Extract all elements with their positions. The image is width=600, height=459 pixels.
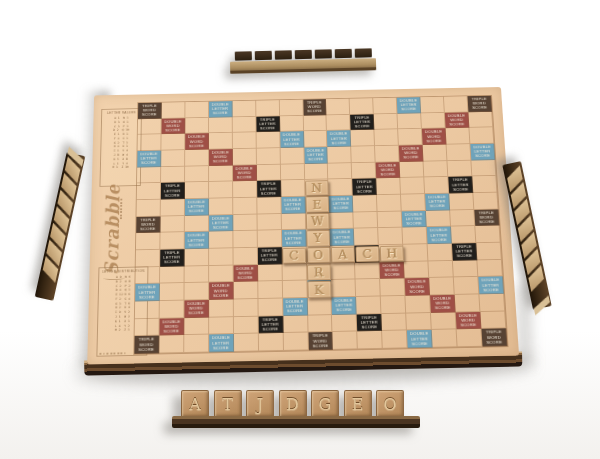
board-square[interactable] — [374, 114, 398, 130]
board-square[interactable] — [424, 161, 449, 178]
board-tile-c[interactable]: C — [282, 247, 306, 263]
premium-square-label: DOUBLE WORD SCORE — [164, 119, 181, 133]
board-square[interactable] — [473, 193, 498, 210]
board-square[interactable] — [185, 182, 209, 199]
premium-square-label: DOUBLE LETTER SCORE — [333, 230, 351, 245]
premium-square-tl[interactable]: TRIPLE LETTER SCORE — [256, 116, 280, 132]
board-square[interactable] — [281, 180, 305, 197]
board-square[interactable] — [356, 279, 381, 297]
board-square[interactable] — [446, 128, 471, 145]
board-square[interactable] — [282, 281, 307, 299]
premium-square-label: DOUBLE WORD SCORE — [448, 113, 466, 127]
board-square[interactable] — [234, 316, 259, 334]
board-square[interactable] — [471, 160, 496, 177]
premium-square-label: DOUBLE LETTER SCORE — [410, 331, 429, 346]
board-square[interactable] — [233, 198, 257, 215]
premium-square-label: DOUBLE LETTER SCORE — [187, 233, 205, 248]
board-square[interactable] — [135, 318, 160, 336]
board-square[interactable] — [428, 244, 453, 261]
premium-square-dl[interactable]: DOUBLE LETTER SCORE — [185, 199, 209, 216]
board-square[interactable] — [444, 96, 468, 112]
board-square[interactable] — [328, 147, 352, 164]
premium-square-dl[interactable]: DOUBLE LETTER SCORE — [327, 130, 351, 147]
board-square[interactable] — [453, 260, 478, 278]
board-square[interactable] — [162, 102, 186, 118]
board-square[interactable] — [480, 311, 506, 329]
premium-square-label: TRIPLE LETTER SCORE — [360, 315, 377, 330]
face-down-tile[interactable] — [275, 50, 292, 59]
board-square[interactable] — [280, 148, 304, 165]
premium-square-dw[interactable]: DOUBLE WORD SCORE — [376, 162, 401, 179]
premium-square-dl[interactable]: DOUBLE LETTER SCORE — [425, 194, 450, 211]
board-square[interactable] — [160, 216, 184, 233]
board-square[interactable] — [256, 100, 280, 116]
board-square[interactable] — [469, 128, 494, 145]
premium-square-label: TRIPLE LETTER SCORE — [259, 117, 275, 131]
premium-square-tl[interactable]: TRIPLE LETTER SCORE — [257, 181, 281, 198]
board-square[interactable] — [159, 335, 184, 353]
board-tile-r[interactable]: R — [307, 264, 331, 281]
premium-square-dw[interactable]: DOUBLE WORD SCORE — [185, 133, 209, 150]
board-square[interactable] — [447, 144, 472, 161]
premium-square-dw[interactable]: DOUBLE WORD SCORE — [209, 282, 234, 300]
board-tile-k[interactable]: K — [307, 281, 331, 298]
premium-square-dl[interactable]: DOUBLE LETTER SCORE — [135, 284, 160, 302]
face-down-tile[interactable] — [255, 51, 272, 60]
board-square[interactable] — [377, 195, 402, 212]
premium-square-label: TRIPLE LETTER SCORE — [262, 317, 279, 332]
board-square[interactable] — [448, 160, 473, 177]
board-square[interactable] — [429, 261, 454, 279]
board-square[interactable] — [454, 277, 480, 295]
board-square[interactable] — [307, 297, 332, 315]
premium-square-label: DOUBLE LETTER SCORE — [430, 228, 448, 243]
premium-square-dw[interactable]: DOUBLE WORD SCORE — [422, 129, 447, 146]
board-square[interactable] — [209, 231, 233, 248]
board-square[interactable] — [160, 283, 185, 301]
premium-square-dl[interactable]: DOUBLE LETTER SCORE — [209, 101, 233, 117]
premium-square-label: DOUBLE WORD SCORE — [459, 313, 478, 328]
board-square[interactable] — [256, 148, 280, 165]
board-square[interactable] — [354, 228, 379, 245]
premium-square-dl[interactable]: DOUBLE LETTER SCORE — [470, 144, 495, 161]
premium-square-dw[interactable]: DOUBLE WORD SCORE — [430, 295, 456, 313]
premium-square-dl[interactable]: DOUBLE LETTER SCORE — [407, 330, 433, 348]
board-square[interactable] — [161, 150, 185, 167]
premium-square-tw[interactable]: TRIPLE WORD SCORE — [134, 336, 159, 354]
premium-square-label: DOUBLE WORD SCORE — [212, 150, 229, 164]
board-square[interactable] — [333, 332, 358, 350]
board-square[interactable] — [351, 130, 375, 147]
premium-square-label: TRIPLE LETTER SCORE — [163, 250, 180, 265]
board-square[interactable] — [160, 232, 184, 249]
board-square[interactable] — [234, 334, 259, 352]
board-square[interactable] — [282, 264, 307, 282]
board-square[interactable] — [377, 178, 402, 195]
legend-title: LETTER VALUES — [104, 111, 139, 116]
premium-square-tl[interactable]: TRIPLE LETTER SCORE — [452, 243, 477, 260]
premium-square-dw[interactable]: DOUBLE WORD SCORE — [233, 165, 257, 182]
board-square[interactable] — [234, 299, 259, 317]
board-square[interactable] — [331, 280, 356, 298]
board-square[interactable] — [281, 213, 306, 230]
premium-square-label: TRIPLE WORD SCORE — [478, 210, 494, 225]
board-square[interactable] — [233, 248, 258, 265]
premium-square-label: DOUBLE LETTER SCORE — [138, 285, 156, 300]
board-square[interactable] — [398, 113, 422, 129]
board-square[interactable] — [354, 212, 379, 229]
board-square[interactable] — [256, 132, 280, 149]
board-square[interactable] — [233, 132, 257, 149]
board-square[interactable] — [432, 330, 458, 348]
board-square[interactable] — [232, 101, 256, 117]
premium-square-dw[interactable]: DOUBLE WORD SCORE — [445, 112, 470, 128]
premium-square-label: DOUBLE WORD SCORE — [162, 319, 180, 334]
board-square[interactable] — [450, 210, 475, 227]
board-tile-h[interactable]: H — [380, 245, 404, 261]
premium-square-label: DOUBLE LETTER SCORE — [212, 335, 230, 350]
premium-square-tl[interactable]: TRIPLE LETTER SCORE — [357, 314, 382, 332]
board-tile-w[interactable]: W — [306, 213, 330, 229]
board-square[interactable] — [421, 97, 445, 113]
premium-square-label: DOUBLE LETTER SCORE — [286, 299, 304, 314]
board-square[interactable] — [233, 231, 257, 248]
premium-square-dl[interactable]: DOUBLE LETTER SCORE — [427, 227, 452, 244]
premium-square-label: TRIPLE WORD SCORE — [471, 97, 487, 111]
premium-square-label: DOUBLE LETTER SCORE — [212, 102, 229, 116]
board-square[interactable] — [350, 98, 374, 114]
board-square[interactable] — [382, 313, 407, 331]
premium-square-dl[interactable]: DOUBLE LETTER SCORE — [478, 277, 504, 295]
board-square[interactable] — [304, 163, 328, 180]
premium-square-label: DOUBLE LETTER SCORE — [284, 197, 302, 212]
premium-square-tl[interactable]: TRIPLE LETTER SCORE — [160, 249, 184, 266]
board-square[interactable] — [184, 266, 209, 284]
board-square[interactable] — [375, 146, 399, 163]
board-square[interactable] — [185, 102, 209, 118]
premium-square-tw[interactable]: TRIPLE WORD SCORE — [138, 103, 162, 119]
board-square[interactable] — [135, 267, 160, 285]
premium-square-dw[interactable]: DOUBLE WORD SCORE — [456, 312, 482, 330]
board-square[interactable] — [332, 314, 357, 332]
board-square[interactable] — [378, 211, 403, 228]
board-square[interactable] — [283, 315, 308, 333]
board-square[interactable] — [331, 263, 356, 281]
rack-bottom[interactable]: ATJDGEO — [172, 390, 420, 432]
premium-square-tl[interactable]: TRIPLE LETTER SCORE — [161, 183, 185, 200]
board-square[interactable] — [184, 249, 208, 266]
board-square[interactable] — [257, 197, 281, 214]
board-square[interactable] — [327, 115, 351, 131]
board-square[interactable] — [401, 194, 426, 211]
board-square[interactable] — [135, 301, 160, 319]
premium-square-dl[interactable]: DOUBLE LETTER SCORE — [282, 230, 307, 247]
premium-square-tl[interactable]: TRIPLE LETTER SCORE — [350, 114, 374, 130]
premium-square-label: DOUBLE LETTER SCORE — [473, 144, 491, 158]
board-square[interactable] — [356, 296, 381, 314]
board-square[interactable] — [258, 298, 283, 316]
premium-square-label: DOUBLE WORD SCORE — [402, 146, 420, 160]
board-square[interactable] — [233, 181, 257, 198]
premium-square-label: DOUBLE WORD SCORE — [188, 134, 205, 148]
premium-square-label: TRIPLE WORD SCORE — [138, 337, 154, 352]
board-square[interactable] — [209, 182, 233, 199]
premium-square-dl[interactable]: DOUBLE LETTER SCORE — [209, 334, 234, 352]
legend-row: M 3 Z 10 — [103, 165, 139, 170]
board-square[interactable] — [137, 167, 161, 184]
premium-square-label: DOUBLE WORD SCORE — [433, 296, 452, 311]
premium-square-label: DOUBLE LETTER SCORE — [307, 148, 325, 162]
board-square[interactable] — [258, 281, 283, 299]
premium-square-label: DOUBLE WORD SCORE — [408, 279, 427, 294]
board-square[interactable] — [403, 227, 428, 244]
board-square[interactable] — [257, 214, 281, 231]
board-tile-y[interactable]: Y — [306, 230, 330, 246]
board-square[interactable] — [185, 215, 209, 232]
board-tile-c[interactable]: C — [356, 246, 380, 262]
premium-square-dl[interactable]: DOUBLE LETTER SCORE — [402, 211, 427, 228]
premium-square-dw[interactable]: DOUBLE WORD SCORE — [184, 300, 209, 318]
board-square[interactable] — [209, 165, 233, 182]
board-square[interactable] — [401, 178, 426, 195]
board-square[interactable] — [375, 130, 399, 147]
board-square[interactable] — [233, 214, 257, 231]
premium-square-label: TRIPLE LETTER SCORE — [356, 179, 373, 193]
rack-tile-g[interactable]: G — [311, 390, 339, 418]
board-square[interactable] — [160, 301, 185, 319]
board-square[interactable] — [329, 179, 354, 196]
board-square[interactable] — [380, 279, 405, 297]
premium-square-label: DOUBLE LETTER SCORE — [332, 196, 350, 211]
premium-square-label: TRIPLE LETTER SCORE — [455, 244, 473, 259]
premium-square-tw[interactable]: TRIPLE WORD SCORE — [474, 209, 499, 226]
rack-tile-t[interactable]: T — [214, 390, 242, 418]
board-square[interactable] — [209, 317, 234, 335]
premium-square-dl[interactable]: DOUBLE LETTER SCORE — [330, 229, 355, 246]
board-square[interactable] — [429, 278, 454, 296]
face-down-tile[interactable] — [295, 50, 312, 59]
board-square[interactable] — [475, 226, 500, 243]
premium-square-label: DOUBLE LETTER SCORE — [140, 151, 158, 165]
board-square[interactable] — [209, 198, 233, 215]
board-square[interactable] — [209, 133, 233, 150]
premium-square-dw[interactable]: DOUBLE WORD SCORE — [159, 318, 184, 336]
premium-square-dl[interactable]: DOUBLE LETTER SCORE — [281, 197, 305, 214]
board-square[interactable] — [358, 331, 383, 349]
board-square[interactable] — [330, 212, 355, 229]
board-square[interactable] — [308, 315, 333, 333]
board-square[interactable] — [233, 282, 258, 300]
rack-tile-e[interactable]: E — [344, 390, 372, 418]
board-square[interactable] — [136, 200, 160, 217]
board-square[interactable] — [184, 283, 209, 301]
board-square[interactable] — [398, 129, 422, 146]
board-square[interactable] — [303, 115, 327, 131]
board-square[interactable] — [304, 131, 328, 148]
premium-square-dw[interactable]: DOUBLE WORD SCORE — [233, 265, 258, 283]
premium-square-tw[interactable]: TRIPLE WORD SCORE — [482, 329, 508, 347]
board-square[interactable] — [283, 333, 308, 351]
face-down-tile[interactable] — [235, 51, 252, 60]
board-square[interactable] — [138, 134, 162, 151]
premium-square-label: DOUBLE WORD SCORE — [187, 301, 205, 316]
premium-square-label: TRIPLE WORD SCORE — [486, 330, 503, 345]
board-square[interactable] — [160, 266, 185, 284]
premium-square-dw[interactable]: DOUBLE WORD SCORE — [380, 262, 405, 280]
premium-square-label: DOUBLE LETTER SCORE — [212, 216, 230, 231]
board-square[interactable] — [184, 317, 209, 335]
premium-square-dl[interactable]: DOUBLE LETTER SCORE — [283, 298, 308, 316]
face-down-tile[interactable] — [355, 48, 372, 57]
premium-square-label: TRIPLE LETTER SCORE — [452, 177, 469, 191]
board-square[interactable] — [403, 244, 428, 261]
premium-square-dl[interactable]: DOUBLE LETTER SCORE — [209, 215, 233, 232]
board-square[interactable] — [161, 166, 185, 183]
premium-square-label: TRIPLE WORD SCORE — [142, 103, 157, 117]
board-square[interactable] — [185, 117, 209, 133]
board-square[interactable] — [258, 264, 283, 282]
board-surface: LETTER VALUESA 1 N 1B 3 O 1C 3 P 3D 2 Q … — [87, 87, 519, 364]
rack-tile-o[interactable]: O — [376, 390, 404, 418]
board-square[interactable] — [161, 134, 185, 151]
premium-square-label: TRIPLE LETTER SCORE — [354, 115, 371, 129]
board-square[interactable] — [209, 265, 233, 283]
rack-tile-a[interactable]: A — [181, 390, 209, 418]
board-square[interactable] — [457, 329, 483, 347]
board-square[interactable] — [382, 331, 408, 349]
board-square[interactable] — [280, 116, 304, 132]
board-square[interactable] — [373, 98, 397, 114]
board-square[interactable] — [381, 296, 406, 314]
premium-square-label: TRIPLE WORD SCORE — [307, 100, 322, 114]
board-square[interactable] — [209, 299, 234, 317]
rack-bottom-tiles: ATJDGEO — [181, 390, 404, 418]
premium-square-label: TRIPLE LETTER SCORE — [260, 181, 277, 195]
premium-square-label: DOUBLE WORD SCORE — [235, 166, 253, 180]
premium-square-tw[interactable]: TRIPLE WORD SCORE — [308, 332, 333, 350]
board-tile-n[interactable]: N — [305, 180, 328, 196]
board-square[interactable] — [477, 260, 503, 278]
board-square[interactable] — [355, 262, 380, 280]
premium-square-dw[interactable]: DOUBLE WORD SCORE — [209, 149, 233, 166]
board-square[interactable] — [424, 177, 449, 194]
board-square[interactable] — [232, 116, 256, 132]
premium-square-tw[interactable]: TRIPLE WORD SCORE — [136, 216, 160, 233]
board-square[interactable] — [326, 99, 350, 115]
premium-square-dl[interactable]: DOUBLE LETTER SCORE — [329, 196, 354, 213]
board-square[interactable] — [352, 146, 376, 163]
rack-bottom-rail — [172, 416, 420, 428]
premium-square-label: DOUBLE LETTER SCORE — [428, 194, 446, 209]
board-square[interactable] — [185, 150, 209, 167]
board-square[interactable] — [451, 226, 476, 243]
premium-square-label: DOUBLE LETTER SCORE — [283, 132, 301, 146]
board-square[interactable] — [138, 118, 162, 134]
board-square[interactable] — [209, 248, 233, 265]
board-square[interactable] — [353, 195, 378, 212]
premium-square-dl[interactable]: DOUBLE LETTER SCORE — [397, 97, 421, 113]
board-square[interactable] — [257, 230, 282, 247]
board-square[interactable] — [400, 161, 425, 178]
premium-square-dw[interactable]: DOUBLE WORD SCORE — [405, 278, 430, 296]
board-square[interactable] — [455, 294, 481, 312]
premium-square-label: DOUBLE LETTER SCORE — [400, 98, 418, 112]
board-square[interactable] — [404, 261, 429, 279]
rack-tile-d[interactable]: D — [279, 390, 307, 418]
premium-square-dl[interactable]: DOUBLE LETTER SCORE — [280, 131, 304, 148]
board-square[interactable] — [421, 113, 445, 129]
premium-square-label: DOUBLE LETTER SCORE — [335, 298, 353, 313]
premium-square-dl[interactable]: DOUBLE LETTER SCORE — [137, 151, 161, 168]
board-square[interactable] — [136, 250, 161, 267]
premium-square-tw[interactable]: TRIPLE WORD SCORE — [468, 96, 493, 112]
board-square[interactable] — [423, 145, 448, 162]
board-square[interactable] — [449, 193, 474, 210]
fine-print — [120, 199, 122, 220]
board-square[interactable] — [280, 164, 304, 181]
board-square[interactable] — [352, 162, 376, 179]
board-square[interactable] — [209, 117, 233, 133]
premium-square-label: TRIPLE LETTER SCORE — [261, 248, 278, 263]
premium-square-dw[interactable]: DOUBLE WORD SCORE — [161, 118, 185, 134]
board-square[interactable] — [258, 333, 283, 351]
premium-square-label: DOUBLE LETTER SCORE — [284, 231, 302, 246]
premium-square-label: TRIPLE WORD SCORE — [312, 333, 328, 348]
board-square[interactable] — [472, 176, 497, 193]
premium-square-dl[interactable]: DOUBLE LETTER SCORE — [304, 147, 328, 164]
board-square[interactable] — [136, 233, 160, 250]
premium-square-tl[interactable]: TRIPLE LETTER SCORE — [353, 179, 378, 196]
rack-tile-j[interactable]: J — [246, 390, 274, 418]
board-square[interactable] — [378, 228, 403, 245]
board-square[interactable] — [233, 149, 257, 166]
premium-square-dw[interactable]: DOUBLE WORD SCORE — [399, 145, 424, 162]
board-square[interactable] — [406, 313, 432, 331]
premium-square-tl[interactable]: TRIPLE LETTER SCORE — [258, 316, 283, 334]
face-down-tile[interactable] — [335, 49, 352, 58]
board-square[interactable] — [257, 164, 281, 181]
board-square[interactable] — [426, 210, 451, 227]
board-square[interactable] — [328, 163, 352, 180]
board-tile-o[interactable]: O — [307, 247, 331, 263]
premium-square-dl[interactable]: DOUBLE LETTER SCORE — [332, 297, 357, 315]
board-square[interactable] — [476, 243, 501, 260]
premium-square-label: TRIPLE WORD SCORE — [140, 217, 155, 232]
board-square[interactable] — [137, 183, 161, 200]
premium-square-tw[interactable]: TRIPLE WORD SCORE — [303, 99, 327, 115]
board-square[interactable] — [431, 312, 457, 330]
board-square[interactable] — [479, 294, 505, 312]
board-square[interactable] — [469, 112, 494, 128]
board-square[interactable] — [161, 199, 185, 216]
premium-square-label: DOUBLE WORD SCORE — [379, 163, 397, 177]
board-square[interactable] — [279, 100, 303, 116]
board-tile-e[interactable]: E — [306, 196, 329, 212]
board-square[interactable] — [406, 295, 431, 313]
scene: LETTER VALUESA 1 N 1B 3 O 1C 3 P 3D 2 Q … — [0, 0, 600, 459]
board-tile-a[interactable]: A — [331, 246, 355, 262]
premium-square-dl[interactable]: DOUBLE LETTER SCORE — [185, 232, 209, 249]
board-square[interactable] — [184, 335, 209, 353]
premium-square-label: TRIPLE LETTER SCORE — [164, 183, 181, 197]
premium-square-tl[interactable]: TRIPLE LETTER SCORE — [448, 177, 473, 194]
board-square[interactable] — [185, 166, 209, 183]
premium-square-label: DOUBLE WORD SCORE — [425, 129, 443, 143]
face-down-tile[interactable] — [315, 49, 332, 58]
premium-square-label: DOUBLE WORD SCORE — [212, 283, 230, 298]
scrabble-logo-text: Scrabble — [100, 184, 123, 275]
premium-square-tl[interactable]: TRIPLE LETTER SCORE — [258, 247, 283, 264]
